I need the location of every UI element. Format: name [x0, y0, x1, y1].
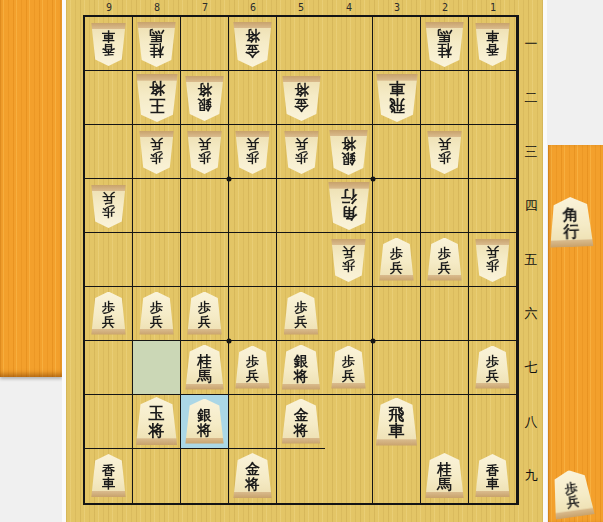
piece-kanji: 香 [102, 43, 115, 56]
square-61[interactable]: 金将 [229, 17, 277, 71]
piece-sente-lance[interactable]: 香車 [475, 454, 510, 498]
piece-kanji: 将 [294, 423, 309, 438]
square-93[interactable] [85, 125, 133, 179]
piece-sente-pawn[interactable]: 歩兵 [91, 292, 126, 336]
square-23[interactable]: 歩兵 [421, 125, 469, 179]
square-19[interactable]: 香車 [469, 449, 517, 503]
square-94[interactable]: 歩兵 [85, 179, 133, 233]
piece-kanji: 行 [563, 223, 580, 240]
square-82[interactable]: 王将 [133, 71, 181, 125]
piece-sente-gold[interactable]: 金将 [282, 399, 321, 445]
square-12[interactable] [469, 71, 517, 125]
square-62[interactable] [229, 71, 277, 125]
square-96[interactable]: 歩兵 [85, 287, 133, 341]
square-47[interactable]: 歩兵 [325, 341, 373, 395]
piece-kanji: 兵 [150, 315, 163, 328]
piece-kanji: 歩 [150, 151, 163, 164]
square-75[interactable] [181, 233, 229, 287]
piece-gote-silver[interactable]: 銀将 [329, 129, 368, 175]
star-point [227, 177, 232, 182]
square-88[interactable]: 玉将 [133, 395, 181, 449]
rank-label-9: 九 [519, 449, 543, 503]
square-16[interactable] [469, 287, 517, 341]
square-81[interactable]: 桂馬 [133, 17, 181, 71]
square-78[interactable]: 銀将 [181, 395, 229, 449]
square-65[interactable] [229, 233, 277, 287]
piece-gote-pawn[interactable]: 歩兵 [235, 130, 270, 174]
rank-label-1: 一 [519, 17, 543, 71]
piece-kanji: 歩 [198, 301, 211, 314]
star-point [227, 339, 232, 344]
piece-kanji: 歩 [102, 301, 115, 314]
piece-kanji: 馬 [149, 28, 164, 43]
square-86[interactable]: 歩兵 [133, 287, 181, 341]
square-53[interactable]: 歩兵 [277, 125, 325, 179]
file-label-2: 2 [421, 1, 469, 14]
piece-sente-pawn[interactable]: 歩兵 [284, 292, 319, 336]
square-57[interactable]: 銀将 [277, 341, 325, 395]
piece-kanji: 歩 [438, 151, 451, 164]
piece-sente-pawn[interactable]: 歩兵 [475, 346, 510, 390]
piece-sente-king[interactable]: 玉将 [136, 397, 178, 446]
square-43[interactable]: 銀将 [325, 125, 373, 179]
rank-label-4: 四 [519, 179, 543, 233]
piece-kanji: 馬 [197, 369, 212, 384]
piece-kanji: 車 [389, 423, 405, 439]
square-41[interactable] [325, 17, 373, 71]
piece-gote-bishop[interactable]: 角行 [328, 181, 370, 230]
square-83[interactable]: 歩兵 [133, 125, 181, 179]
square-21[interactable]: 桂馬 [421, 17, 469, 71]
file-label-1: 1 [469, 1, 517, 14]
board-grid: 香車桂馬金将桂馬香車王将銀将金将飛車歩兵歩兵歩兵歩兵銀将歩兵歩兵角行歩兵歩兵歩兵… [83, 15, 519, 505]
piece-sente-silver[interactable]: 銀将 [282, 345, 321, 391]
piece-kanji: 歩 [198, 151, 211, 164]
piece-kanji: 馬 [437, 28, 452, 43]
piece-kanji: 飛 [389, 97, 405, 113]
square-31[interactable] [373, 17, 421, 71]
piece-kanji: 歩 [246, 151, 259, 164]
square-87[interactable] [133, 341, 181, 395]
square-48[interactable] [325, 395, 373, 449]
rank-label-2: 二 [519, 71, 543, 125]
piece-kanji: 将 [245, 28, 260, 43]
piece-sente-pawn[interactable]: 歩兵 [331, 346, 366, 390]
piece-kanji: 歩 [486, 259, 499, 272]
square-72[interactable]: 銀将 [181, 71, 229, 125]
square-91[interactable]: 香車 [85, 17, 133, 71]
square-98[interactable] [85, 395, 133, 449]
piece-kanji: 将 [149, 80, 165, 96]
piece-kanji: 歩 [486, 355, 499, 368]
piece-kanji: 兵 [198, 315, 211, 328]
square-36[interactable] [373, 287, 421, 341]
piece-kanji: 歩 [102, 205, 115, 218]
piece-kanji: 香 [486, 464, 499, 477]
piece-kanji: 香 [486, 43, 499, 56]
shogi-app: 987654321 一二三四五六七八九 香車桂馬金将桂馬香車王将銀将金将飛車歩兵… [0, 0, 603, 522]
piece-kanji: 角 [341, 205, 357, 221]
rank-labels: 一二三四五六七八九 [519, 17, 543, 503]
square-45[interactable]: 歩兵 [325, 233, 373, 287]
square-89[interactable] [133, 449, 181, 503]
square-54[interactable] [277, 179, 325, 233]
piece-kanji: 兵 [295, 315, 308, 328]
square-46[interactable] [325, 287, 373, 341]
rank-label-8: 八 [519, 395, 543, 449]
piece-kanji: 兵 [438, 261, 451, 274]
piece-sente-pawn[interactable]: 歩兵 [427, 238, 462, 282]
piece-kanji: 歩 [342, 355, 355, 368]
square-44[interactable]: 角行 [325, 179, 373, 233]
square-99[interactable]: 香車 [85, 449, 133, 503]
file-labels: 987654321 [85, 1, 517, 14]
file-label-9: 9 [85, 1, 133, 14]
square-32[interactable]: 飛車 [373, 71, 421, 125]
square-67[interactable]: 歩兵 [229, 341, 277, 395]
rank-label-6: 六 [519, 287, 543, 341]
square-95[interactable] [85, 233, 133, 287]
piece-gote-rook[interactable]: 飛車 [376, 73, 418, 122]
square-13[interactable] [469, 125, 517, 179]
square-14[interactable] [469, 179, 517, 233]
piece-kanji: 将 [294, 82, 309, 97]
piece-sente-silver[interactable]: 銀将 [185, 399, 224, 445]
square-73[interactable]: 歩兵 [181, 125, 229, 179]
piece-kanji: 歩 [150, 301, 163, 314]
piece-kanji: 兵 [390, 261, 403, 274]
star-point [371, 339, 376, 344]
piece-gote-pawn[interactable]: 歩兵 [331, 238, 366, 282]
file-label-4: 4 [325, 1, 373, 14]
piece-kanji: 将 [245, 477, 260, 492]
piece-sente-pawn[interactable]: 歩兵 [379, 238, 414, 282]
square-33[interactable] [373, 125, 421, 179]
piece-kanji: 将 [197, 82, 212, 97]
piece-sente-rook[interactable]: 飛車 [376, 398, 418, 447]
piece-kanji: 香 [102, 464, 115, 477]
piece-kanji: 兵 [295, 137, 308, 150]
piece-kanji: 将 [294, 369, 309, 384]
square-71[interactable] [181, 17, 229, 71]
square-26[interactable] [421, 287, 469, 341]
piece-kanji: 兵 [342, 369, 355, 382]
square-25[interactable]: 歩兵 [421, 233, 469, 287]
piece-kanji: 兵 [438, 137, 451, 150]
piece-gote-pawn[interactable]: 歩兵 [139, 130, 174, 174]
file-label-5: 5 [277, 1, 325, 14]
square-55[interactable] [277, 233, 325, 287]
piece-kanji: 車 [102, 477, 115, 490]
rank-label-5: 五 [519, 233, 543, 287]
piece-sente-pawn[interactable]: 歩兵 [187, 292, 222, 336]
square-66[interactable] [229, 287, 277, 341]
square-18[interactable] [469, 395, 517, 449]
square-92[interactable] [85, 71, 133, 125]
piece-gote-lance[interactable]: 香車 [475, 22, 510, 66]
piece-kanji: 歩 [295, 301, 308, 314]
piece-sente-pawn[interactable]: 歩兵 [235, 346, 270, 390]
square-97[interactable] [85, 341, 133, 395]
square-74[interactable] [181, 179, 229, 233]
piece-gote-pawn[interactable]: 歩兵 [187, 130, 222, 174]
piece-kanji: 王 [149, 97, 165, 113]
piece-kanji: 兵 [198, 137, 211, 150]
piece-kanji: 兵 [102, 191, 115, 204]
piece-gote-knight[interactable]: 桂馬 [425, 21, 464, 67]
gote-piece-stand [0, 0, 62, 377]
square-22[interactable] [421, 71, 469, 125]
piece-kanji: 将 [341, 136, 356, 151]
square-29[interactable]: 桂馬 [421, 449, 469, 503]
piece-kanji: 車 [486, 477, 499, 490]
square-77[interactable]: 桂馬 [181, 341, 229, 395]
piece-sente-knight[interactable]: 桂馬 [185, 345, 224, 391]
piece-kanji: 行 [341, 188, 357, 204]
file-label-7: 7 [181, 1, 229, 14]
piece-kanji: 兵 [342, 245, 355, 258]
board-panel: 987654321 一二三四五六七八九 香車桂馬金将桂馬香車王将銀将金将飛車歩兵… [66, 0, 543, 522]
star-point [371, 177, 376, 182]
piece-gote-lance[interactable]: 香車 [91, 22, 126, 66]
square-52[interactable]: 金将 [277, 71, 325, 125]
rank-label-3: 三 [519, 125, 543, 179]
square-85[interactable] [133, 233, 181, 287]
file-label-3: 3 [373, 1, 421, 14]
square-56[interactable]: 歩兵 [277, 287, 325, 341]
piece-sente-knight[interactable]: 桂馬 [425, 453, 464, 499]
square-84[interactable] [133, 179, 181, 233]
piece-kanji: 歩 [342, 259, 355, 272]
piece-kanji: 歩 [390, 247, 403, 260]
piece-gote-knight[interactable]: 桂馬 [137, 21, 176, 67]
piece-gote-silver[interactable]: 銀将 [185, 75, 224, 121]
square-17[interactable]: 歩兵 [469, 341, 517, 395]
piece-kanji: 兵 [150, 137, 163, 150]
square-24[interactable] [421, 179, 469, 233]
square-42[interactable] [325, 71, 373, 125]
square-59[interactable] [277, 449, 325, 503]
piece-kanji: 兵 [486, 369, 499, 382]
square-34[interactable] [373, 179, 421, 233]
piece-sente-pawn[interactable]: 歩兵 [139, 292, 174, 336]
piece-kanji: 兵 [102, 315, 115, 328]
piece-sente-gold[interactable]: 金将 [233, 453, 272, 499]
piece-kanji: 車 [389, 80, 405, 96]
piece-kanji: 将 [197, 423, 212, 438]
piece-kanji: 兵 [246, 137, 259, 150]
square-68[interactable] [229, 395, 277, 449]
piece-kanji: 兵 [486, 245, 499, 258]
file-label-6: 6 [229, 1, 277, 14]
square-15[interactable]: 歩兵 [469, 233, 517, 287]
piece-kanji: 兵 [566, 494, 581, 509]
piece-gote-pawn[interactable]: 歩兵 [427, 130, 462, 174]
piece-sente-lance[interactable]: 香車 [91, 454, 126, 498]
square-11[interactable]: 香車 [469, 17, 517, 71]
square-35[interactable]: 歩兵 [373, 233, 421, 287]
square-58[interactable]: 金将 [277, 395, 325, 449]
piece-kanji: 兵 [246, 369, 259, 382]
piece-kanji: 歩 [438, 247, 451, 260]
piece-gote-gold[interactable]: 金将 [233, 21, 272, 67]
piece-kanji: 歩 [246, 355, 259, 368]
square-39[interactable] [373, 449, 421, 503]
square-27[interactable] [421, 341, 469, 395]
piece-gote-pawn[interactable]: 歩兵 [91, 184, 126, 228]
square-69[interactable]: 金将 [229, 449, 277, 503]
square-64[interactable] [229, 179, 277, 233]
piece-kanji: 将 [149, 423, 165, 439]
piece-kanji: 車 [486, 29, 499, 42]
piece-gote-pawn[interactable]: 歩兵 [475, 238, 510, 282]
rank-label-7: 七 [519, 341, 543, 395]
square-37[interactable] [373, 341, 421, 395]
piece-gote-pawn[interactable]: 歩兵 [284, 130, 319, 174]
piece-kanji: 車 [102, 29, 115, 42]
square-49[interactable] [325, 449, 373, 503]
piece-gote-king[interactable]: 王将 [136, 73, 178, 122]
piece-kanji: 馬 [437, 477, 452, 492]
square-79[interactable] [181, 449, 229, 503]
piece-gote-gold[interactable]: 金将 [282, 75, 321, 121]
square-63[interactable]: 歩兵 [229, 125, 277, 179]
piece-kanji: 歩 [295, 151, 308, 164]
square-38[interactable]: 飛車 [373, 395, 421, 449]
square-28[interactable] [421, 395, 469, 449]
file-label-8: 8 [133, 1, 181, 14]
square-76[interactable]: 歩兵 [181, 287, 229, 341]
square-51[interactable] [277, 17, 325, 71]
